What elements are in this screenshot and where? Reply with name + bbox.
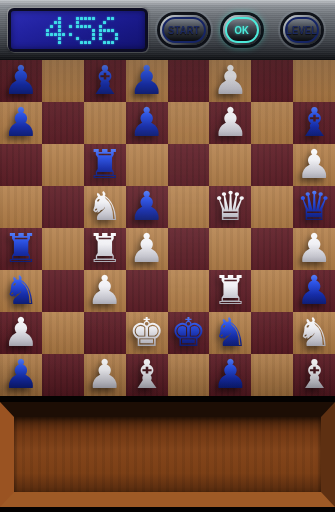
white-knight-c5[interactable]: ♞	[87, 186, 123, 226]
square-g1[interactable]	[251, 354, 293, 396]
square-g4[interactable]	[251, 228, 293, 270]
square-h4[interactable]: ♟	[293, 228, 335, 270]
square-e8[interactable]	[168, 60, 210, 102]
square-g8[interactable]	[251, 60, 293, 102]
square-f8[interactable]: ♟	[209, 60, 251, 102]
tray-frame	[0, 402, 335, 507]
white-pawn-h4[interactable]: ♟	[296, 228, 332, 268]
start-button[interactable]: START	[160, 15, 208, 45]
square-d8[interactable]: ♟	[126, 60, 168, 102]
clock-digits	[46, 17, 118, 44]
square-f7[interactable]: ♟	[209, 102, 251, 144]
blue-knight-f2[interactable]: ♞	[212, 312, 248, 352]
white-rook-c4[interactable]: ♜	[87, 228, 123, 268]
square-e7[interactable]	[168, 102, 210, 144]
blue-pawn-d5[interactable]: ♟	[129, 186, 165, 226]
square-g7[interactable]	[251, 102, 293, 144]
square-e6[interactable]	[168, 144, 210, 186]
blue-pawn-d7[interactable]: ♟	[129, 102, 165, 142]
square-h6[interactable]: ♟	[293, 144, 335, 186]
square-c3[interactable]: ♟	[84, 270, 126, 312]
square-b3[interactable]	[42, 270, 84, 312]
square-e5[interactable]	[168, 186, 210, 228]
square-c6[interactable]: ♜	[84, 144, 126, 186]
blue-knight-a3[interactable]: ♞	[3, 270, 39, 310]
square-d1[interactable]: ♝	[126, 354, 168, 396]
tray-panel	[14, 417, 321, 492]
clock-display	[8, 8, 148, 52]
ok-button-label: OK	[235, 25, 249, 36]
square-a2[interactable]: ♟	[0, 312, 42, 354]
square-d3[interactable]	[126, 270, 168, 312]
white-pawn-f8[interactable]: ♟	[212, 60, 248, 100]
blue-pawn-d8[interactable]: ♟	[129, 60, 165, 100]
level-button-label: LEVEL	[286, 25, 317, 36]
square-h3[interactable]: ♟	[293, 270, 335, 312]
white-pawn-d4[interactable]: ♟	[129, 228, 165, 268]
square-f4[interactable]	[209, 228, 251, 270]
square-b1[interactable]	[42, 354, 84, 396]
square-d7[interactable]: ♟	[126, 102, 168, 144]
square-a6[interactable]	[0, 144, 42, 186]
square-f3[interactable]: ♜	[209, 270, 251, 312]
blue-bishop-c8[interactable]: ♝	[87, 60, 123, 100]
blue-rook-a4[interactable]: ♜	[3, 228, 39, 268]
white-knight-h2[interactable]: ♞	[296, 312, 332, 352]
blue-pawn-a7[interactable]: ♟	[3, 102, 39, 142]
blue-pawn-a8[interactable]: ♟	[3, 60, 39, 100]
square-g5[interactable]	[251, 186, 293, 228]
square-h8[interactable]	[293, 60, 335, 102]
white-rook-f3[interactable]: ♜	[212, 270, 248, 310]
square-h5[interactable]: ♛	[293, 186, 335, 228]
white-queen-f5[interactable]: ♛	[212, 186, 248, 226]
square-b2[interactable]	[42, 312, 84, 354]
square-d2[interactable]: ♚	[126, 312, 168, 354]
white-pawn-f7[interactable]: ♟	[212, 102, 248, 142]
square-h7[interactable]: ♝	[293, 102, 335, 144]
blue-pawn-f1[interactable]: ♟	[212, 354, 248, 394]
square-a4[interactable]: ♜	[0, 228, 42, 270]
square-f1[interactable]: ♟	[209, 354, 251, 396]
captured-pieces-tray	[0, 396, 335, 512]
square-h2[interactable]: ♞	[293, 312, 335, 354]
blue-bishop-h7[interactable]: ♝	[296, 102, 332, 142]
chess-board: ♟♝♟♟♟♟♟♝♜♟♞♟♛♛♜♜♟♟♞♟♜♟♟♚♚♞♞♟♟♝♟♝	[0, 60, 335, 396]
white-pawn-h6[interactable]: ♟	[296, 144, 332, 184]
control-bar: START OK LEVEL	[0, 0, 335, 60]
square-c7[interactable]	[84, 102, 126, 144]
square-b8[interactable]	[42, 60, 84, 102]
ok-button-face: OK	[225, 17, 259, 43]
white-pawn-c3[interactable]: ♟	[87, 270, 123, 310]
ok-button[interactable]: OK	[223, 15, 261, 45]
square-b6[interactable]	[42, 144, 84, 186]
square-f2[interactable]: ♞	[209, 312, 251, 354]
white-pawn-a2[interactable]: ♟	[3, 312, 39, 352]
start-button-face: START	[162, 17, 206, 43]
square-d5[interactable]: ♟	[126, 186, 168, 228]
white-pawn-c1[interactable]: ♟	[87, 354, 123, 394]
blue-king-e2[interactable]: ♚	[171, 312, 207, 352]
square-c4[interactable]: ♜	[84, 228, 126, 270]
square-c1[interactable]: ♟	[84, 354, 126, 396]
square-h1[interactable]: ♝	[293, 354, 335, 396]
clock-screen	[11, 11, 145, 49]
level-button[interactable]: LEVEL	[283, 15, 321, 45]
clock-char	[69, 17, 72, 44]
square-g3[interactable]	[251, 270, 293, 312]
square-e1[interactable]	[168, 354, 210, 396]
square-g2[interactable]	[251, 312, 293, 354]
white-bishop-h1[interactable]: ♝	[296, 354, 332, 394]
square-a3[interactable]: ♞	[0, 270, 42, 312]
square-a5[interactable]	[0, 186, 42, 228]
square-a7[interactable]: ♟	[0, 102, 42, 144]
square-c5[interactable]: ♞	[84, 186, 126, 228]
square-e3[interactable]	[168, 270, 210, 312]
square-f6[interactable]	[209, 144, 251, 186]
square-f5[interactable]: ♛	[209, 186, 251, 228]
square-e2[interactable]: ♚	[168, 312, 210, 354]
blue-queen-h5[interactable]: ♛	[296, 186, 332, 226]
white-bishop-d1[interactable]: ♝	[129, 354, 165, 394]
square-a8[interactable]: ♟	[0, 60, 42, 102]
level-button-face: LEVEL	[285, 17, 319, 43]
square-b4[interactable]	[42, 228, 84, 270]
white-king-d2[interactable]: ♚	[129, 312, 165, 352]
square-b7[interactable]	[42, 102, 84, 144]
blue-rook-c6[interactable]: ♜	[87, 144, 123, 184]
square-g6[interactable]	[251, 144, 293, 186]
blue-pawn-a1[interactable]: ♟	[3, 354, 39, 394]
square-c8[interactable]: ♝	[84, 60, 126, 102]
clock-char	[99, 17, 118, 44]
square-d4[interactable]: ♟	[126, 228, 168, 270]
clock-char	[76, 17, 95, 44]
square-c2[interactable]	[84, 312, 126, 354]
square-d6[interactable]	[126, 144, 168, 186]
square-a1[interactable]: ♟	[0, 354, 42, 396]
blue-pawn-h3[interactable]: ♟	[296, 270, 332, 310]
start-button-label: START	[168, 25, 200, 36]
square-b5[interactable]	[42, 186, 84, 228]
square-e4[interactable]	[168, 228, 210, 270]
clock-char	[46, 17, 65, 44]
